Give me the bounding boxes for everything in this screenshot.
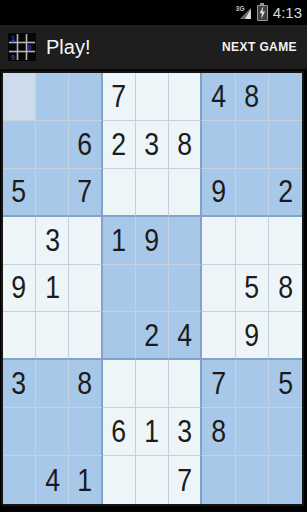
cell-digit: 8: [244, 81, 259, 112]
cell-r2c1[interactable]: [3, 121, 36, 169]
cell-r8c8[interactable]: [236, 408, 269, 456]
cell-r9c9[interactable]: [269, 456, 302, 504]
cell-r9c4[interactable]: [103, 456, 136, 504]
cell-r6c1[interactable]: [3, 312, 36, 360]
icon-digit-bottom-left: 9: [11, 53, 15, 62]
cell-r8c1[interactable]: [3, 408, 36, 456]
battery-cap: [260, 3, 264, 5]
cell-digit: 7: [177, 465, 192, 496]
cell-r9c2[interactable]: 4: [36, 456, 69, 504]
cell-r4c9[interactable]: [269, 217, 302, 265]
cell-r6c7[interactable]: [202, 312, 235, 360]
cell-r8c5[interactable]: 1: [136, 408, 169, 456]
cell-digit: 4: [45, 465, 60, 496]
cell-r3c2[interactable]: [36, 169, 69, 217]
cell-r8c4[interactable]: 6: [103, 408, 136, 456]
cell-r8c9[interactable]: [269, 408, 302, 456]
cell-r4c8[interactable]: [236, 217, 269, 265]
cell-r6c6[interactable]: 4: [169, 312, 202, 360]
page-title: Play!: [46, 36, 90, 59]
cell-r1c2[interactable]: [36, 73, 69, 121]
cell-digit: 3: [177, 416, 192, 447]
cell-r4c3[interactable]: [69, 217, 102, 265]
cell-digit: 8: [177, 129, 192, 160]
cell-digit: 8: [78, 368, 93, 399]
cell-r6c4[interactable]: [103, 312, 136, 360]
cell-r1c5[interactable]: [136, 73, 169, 121]
lightning-bolt-icon: [258, 6, 267, 20]
cell-digit: 9: [12, 272, 27, 303]
icon-digit-middle-right: 0: [28, 43, 32, 52]
cell-digit: 1: [145, 416, 160, 447]
cell-r3c7[interactable]: 9: [202, 169, 235, 217]
cell-digit: 9: [244, 320, 259, 351]
cell-r7c5[interactable]: [136, 360, 169, 408]
cell-r5c9[interactable]: 8: [269, 265, 302, 313]
cell-r1c8[interactable]: 8: [236, 73, 269, 121]
cell-r6c8[interactable]: 9: [236, 312, 269, 360]
app-icon-sudoku-grid: 1 0 9: [8, 33, 36, 61]
status-bar: 3G 4:13: [0, 0, 307, 25]
screen: 3G 4:13 1 0 9 Play! NEXT GAME 7486238579…: [0, 0, 307, 512]
cell-digit: 8: [278, 272, 293, 303]
cell-r9c5[interactable]: [136, 456, 169, 504]
cell-digit: 4: [177, 320, 192, 351]
cell-digit: 3: [45, 225, 60, 256]
cell-r8c2[interactable]: [36, 408, 69, 456]
cell-digit: 1: [45, 272, 60, 303]
cell-r1c3[interactable]: [69, 73, 102, 121]
cell-digit: 5: [244, 272, 259, 303]
cell-r6c3[interactable]: [69, 312, 102, 360]
cell-r2c2[interactable]: [36, 121, 69, 169]
cell-r3c6[interactable]: [169, 169, 202, 217]
cell-r7c4[interactable]: [103, 360, 136, 408]
cell-r7c1[interactable]: 3: [3, 360, 36, 408]
cell-r7c2[interactable]: [36, 360, 69, 408]
cell-r2c3[interactable]: 6: [69, 121, 102, 169]
cell-r9c3[interactable]: 1: [69, 456, 102, 504]
cell-r5c7[interactable]: [202, 265, 235, 313]
cell-digit: 2: [278, 176, 293, 207]
cell-r3c8[interactable]: [236, 169, 269, 217]
cell-digit: 9: [145, 225, 160, 256]
cell-r5c3[interactable]: [69, 265, 102, 313]
cell-r1c1[interactable]: [3, 73, 36, 121]
cell-r4c4[interactable]: 1: [103, 217, 136, 265]
cell-r3c5[interactable]: [136, 169, 169, 217]
icon-digit-top-left: 1: [11, 34, 15, 43]
cell-r8c6[interactable]: 3: [169, 408, 202, 456]
cell-r6c2[interactable]: [36, 312, 69, 360]
cell-digit: 7: [78, 176, 93, 207]
cell-r4c2[interactable]: 3: [36, 217, 69, 265]
signal-3g-icon: 3G: [236, 5, 252, 20]
cell-digit: 5: [12, 176, 27, 207]
cell-r2c7[interactable]: [202, 121, 235, 169]
cell-r2c8[interactable]: [236, 121, 269, 169]
cell-r8c7[interactable]: 8: [202, 408, 235, 456]
cell-digit: 3: [12, 368, 27, 399]
cell-r2c4[interactable]: 2: [103, 121, 136, 169]
cell-digit: 5: [278, 368, 293, 399]
cell-r6c5[interactable]: 2: [136, 312, 169, 360]
clock: 4:13: [273, 4, 302, 21]
cell-r5c8[interactable]: 5: [236, 265, 269, 313]
cell-digit: 9: [211, 176, 226, 207]
cell-r5c2[interactable]: 1: [36, 265, 69, 313]
cell-r3c1[interactable]: 5: [3, 169, 36, 217]
cell-r4c5[interactable]: 9: [136, 217, 169, 265]
cell-r5c5[interactable]: [136, 265, 169, 313]
cell-r9c8[interactable]: [236, 456, 269, 504]
cell-r8c3[interactable]: [69, 408, 102, 456]
cell-digit: 1: [111, 225, 126, 256]
cell-digit: 4: [211, 81, 226, 112]
cell-digit: 7: [211, 368, 226, 399]
cell-r7c6[interactable]: [169, 360, 202, 408]
cell-digit: 6: [111, 416, 126, 447]
cell-r9c7[interactable]: [202, 456, 235, 504]
cell-digit: 3: [145, 129, 160, 160]
sudoku-board: 74862385792319915824938756138417: [1, 71, 304, 506]
cell-r2c9[interactable]: [269, 121, 302, 169]
cell-r1c7[interactable]: 4: [202, 73, 235, 121]
cell-r3c4[interactable]: [103, 169, 136, 217]
cell-r2c6[interactable]: 8: [169, 121, 202, 169]
cell-r6c9[interactable]: [269, 312, 302, 360]
next-game-button[interactable]: NEXT GAME: [212, 25, 307, 69]
cell-r2c5[interactable]: 3: [136, 121, 169, 169]
cell-r5c1[interactable]: 9: [3, 265, 36, 313]
cell-digit: 8: [211, 416, 226, 447]
cell-r7c9[interactable]: 5: [269, 360, 302, 408]
network-type-label: 3G: [236, 5, 245, 12]
cell-r7c8[interactable]: [236, 360, 269, 408]
cell-digit: 2: [145, 320, 160, 351]
battery-charging-icon: [257, 5, 268, 21]
cell-digit: 2: [111, 129, 126, 160]
cell-r5c6[interactable]: [169, 265, 202, 313]
cell-digit: 1: [78, 465, 93, 496]
cell-r4c7[interactable]: [202, 217, 235, 265]
cell-r3c3[interactable]: 7: [69, 169, 102, 217]
cell-digit: 7: [111, 81, 126, 112]
cell-r9c1[interactable]: [3, 456, 36, 504]
cell-digit: 6: [78, 129, 93, 160]
cell-r4c6[interactable]: [169, 217, 202, 265]
cell-r1c6[interactable]: [169, 73, 202, 121]
cell-r9c6[interactable]: 7: [169, 456, 202, 504]
cell-r7c3[interactable]: 8: [69, 360, 102, 408]
action-bar: 1 0 9 Play! NEXT GAME: [0, 25, 307, 70]
cell-r5c4[interactable]: [103, 265, 136, 313]
cell-r3c9[interactable]: 2: [269, 169, 302, 217]
cell-r1c9[interactable]: [269, 73, 302, 121]
cell-r7c7[interactable]: 7: [202, 360, 235, 408]
cell-r1c4[interactable]: 7: [103, 73, 136, 121]
cell-r4c1[interactable]: [3, 217, 36, 265]
